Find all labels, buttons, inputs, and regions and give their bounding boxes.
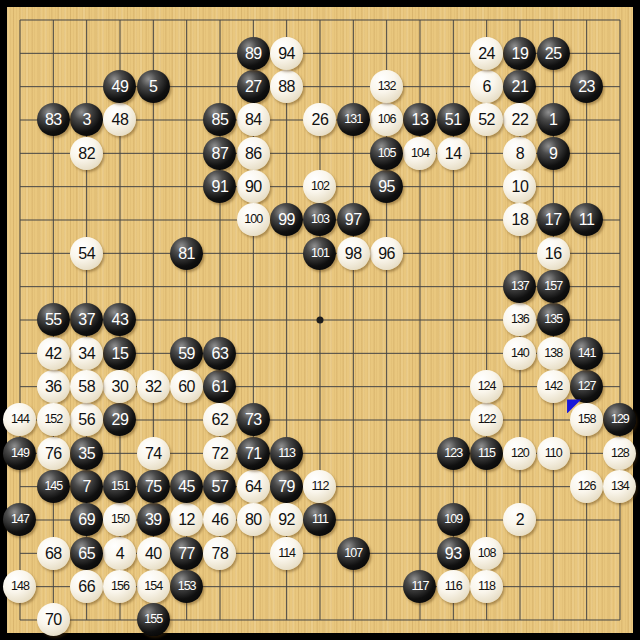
move-number: 76: [45, 437, 62, 470]
stone-7[interactable]: 7: [70, 470, 103, 503]
move-number: 112: [311, 470, 328, 503]
move-number: 51: [445, 103, 462, 136]
stone-75[interactable]: 75: [137, 470, 170, 503]
stone-141[interactable]: 141: [570, 337, 603, 370]
stone-66[interactable]: 66: [70, 570, 103, 603]
move-number: 114: [278, 537, 295, 570]
move-number: 27: [245, 70, 262, 103]
move-number: 135: [544, 303, 562, 336]
move-number: 98: [345, 237, 362, 270]
move-number: 77: [178, 537, 195, 570]
stone-5[interactable]: 5: [137, 70, 170, 103]
move-number: 1: [549, 103, 557, 136]
move-number: 97: [345, 203, 362, 236]
move-number: 128: [611, 437, 629, 470]
stone-127[interactable]: 127: [570, 370, 603, 403]
move-number: 83: [45, 103, 62, 136]
move-number: 22: [512, 103, 529, 136]
stone-86[interactable]: 86: [237, 137, 270, 170]
stone-54[interactable]: 54: [70, 237, 103, 270]
stone-69[interactable]: 69: [70, 503, 103, 536]
star-point: [316, 316, 323, 323]
stone-152[interactable]: 152: [37, 403, 70, 436]
move-number: 85: [212, 103, 229, 136]
move-number: 142: [544, 370, 562, 403]
move-number: 94: [278, 37, 295, 70]
move-number: 103: [311, 203, 329, 236]
move-number: 145: [44, 470, 62, 503]
move-number: 59: [178, 337, 195, 370]
stone-128[interactable]: 128: [603, 437, 636, 470]
move-number: 70: [45, 603, 62, 636]
move-number: 88: [278, 70, 295, 103]
move-number: 21: [512, 70, 529, 103]
stone-58[interactable]: 58: [70, 370, 103, 403]
move-number: 78: [212, 537, 229, 570]
move-number: 55: [45, 303, 62, 336]
move-number: 96: [378, 237, 395, 270]
stone-40[interactable]: 40: [137, 537, 170, 570]
move-number: 25: [545, 37, 562, 70]
stone-10[interactable]: 10: [503, 170, 536, 203]
stone-112[interactable]: 112: [303, 470, 336, 503]
move-number: 35: [78, 437, 95, 470]
stone-68[interactable]: 68: [37, 537, 70, 570]
stone-88[interactable]: 88: [270, 70, 303, 103]
move-number: 105: [378, 137, 396, 170]
stone-122[interactable]: 122: [470, 403, 503, 436]
stone-131[interactable]: 131: [337, 103, 370, 136]
move-number: 148: [11, 570, 29, 603]
stone-15[interactable]: 15: [103, 337, 136, 370]
move-number: 8: [516, 137, 524, 170]
stone-115[interactable]: 115: [470, 437, 503, 470]
stone-24[interactable]: 24: [470, 37, 503, 70]
stone-19[interactable]: 19: [503, 37, 536, 70]
stone-36[interactable]: 36: [37, 370, 70, 403]
move-number: 154: [144, 570, 162, 603]
move-number: 117: [411, 570, 428, 603]
move-number: 37: [78, 303, 95, 336]
move-number: 48: [112, 103, 129, 136]
move-number: 64: [245, 470, 262, 503]
move-number: 68: [45, 537, 62, 570]
move-number: 14: [445, 137, 462, 170]
move-number: 91: [212, 170, 229, 203]
move-number: 46: [212, 503, 229, 536]
move-number: 10: [512, 170, 529, 203]
stone-80[interactable]: 80: [237, 503, 270, 536]
move-number: 110: [545, 437, 562, 470]
move-number: 32: [145, 370, 162, 403]
move-number: 152: [44, 403, 62, 436]
go-board-diagram: 1234567891011121314151617181921222324252…: [0, 0, 640, 640]
stone-136[interactable]: 136: [503, 303, 536, 336]
move-number: 15: [112, 337, 129, 370]
move-number: 132: [378, 70, 396, 103]
stone-59[interactable]: 59: [170, 337, 203, 370]
stone-42[interactable]: 42: [37, 337, 70, 370]
stone-135[interactable]: 135: [537, 303, 570, 336]
stone-129[interactable]: 129: [603, 403, 636, 436]
move-number: 61: [212, 370, 229, 403]
stone-9[interactable]: 9: [537, 137, 570, 170]
stone-81[interactable]: 81: [170, 237, 203, 270]
stone-104[interactable]: 104: [403, 137, 436, 170]
stone-46[interactable]: 46: [203, 503, 236, 536]
stone-6[interactable]: 6: [470, 70, 503, 103]
stone-85[interactable]: 85: [203, 103, 236, 136]
stone-95[interactable]: 95: [370, 170, 403, 203]
move-number: 92: [278, 503, 295, 536]
stone-52[interactable]: 52: [470, 103, 503, 136]
stone-78[interactable]: 78: [203, 537, 236, 570]
stone-153[interactable]: 153: [170, 570, 203, 603]
stone-118[interactable]: 118: [470, 570, 503, 603]
move-number: 40: [145, 537, 162, 570]
move-number: 138: [544, 337, 562, 370]
stone-155[interactable]: 155: [137, 603, 170, 636]
stone-117[interactable]: 117: [403, 570, 436, 603]
stone-23[interactable]: 23: [570, 70, 603, 103]
move-number: 87: [212, 137, 229, 170]
stone-79[interactable]: 79: [270, 470, 303, 503]
move-number: 17: [545, 203, 562, 236]
move-number: 11: [579, 203, 595, 236]
move-number: 93: [445, 537, 462, 570]
move-number: 23: [578, 70, 595, 103]
stone-13[interactable]: 13: [403, 103, 436, 136]
stone-4[interactable]: 4: [103, 537, 136, 570]
stone-62[interactable]: 62: [203, 403, 236, 436]
move-number: 108: [478, 537, 496, 570]
move-number: 65: [78, 537, 95, 570]
move-number: 56: [78, 403, 95, 436]
move-number: 82: [78, 137, 95, 170]
move-number: 80: [245, 503, 262, 536]
stone-64[interactable]: 64: [237, 470, 270, 503]
stone-137[interactable]: 137: [503, 270, 536, 303]
move-number: 137: [511, 270, 529, 303]
stone-89[interactable]: 89: [237, 37, 270, 70]
move-number: 113: [278, 437, 295, 470]
stone-2[interactable]: 2: [503, 503, 536, 536]
stone-77[interactable]: 77: [170, 537, 203, 570]
stone-120[interactable]: 120: [503, 437, 536, 470]
stone-21[interactable]: 21: [503, 70, 536, 103]
stone-3[interactable]: 3: [70, 103, 103, 136]
move-number: 140: [511, 337, 529, 370]
move-number: 115: [478, 437, 495, 470]
stone-35[interactable]: 35: [70, 437, 103, 470]
move-number: 39: [145, 503, 162, 536]
move-number: 49: [112, 70, 129, 103]
stone-148[interactable]: 148: [3, 570, 36, 603]
move-number: 30: [112, 370, 129, 403]
stone-140[interactable]: 140: [503, 337, 536, 370]
move-number: 100: [244, 203, 262, 236]
stone-102[interactable]: 102: [303, 170, 336, 203]
stone-126[interactable]: 126: [570, 470, 603, 503]
move-number: 24: [478, 37, 495, 70]
stone-93[interactable]: 93: [437, 537, 470, 570]
move-number: 158: [578, 403, 596, 436]
move-number: 104: [411, 137, 429, 170]
move-number: 107: [344, 537, 362, 570]
move-number: 116: [445, 570, 462, 603]
stone-94[interactable]: 94: [270, 37, 303, 70]
stone-29[interactable]: 29: [103, 403, 136, 436]
stone-114[interactable]: 114: [270, 537, 303, 570]
stone-32[interactable]: 32: [137, 370, 170, 403]
stone-55[interactable]: 55: [37, 303, 70, 336]
stone-70[interactable]: 70: [37, 603, 70, 636]
stone-87[interactable]: 87: [203, 137, 236, 170]
move-number: 156: [111, 570, 129, 603]
stone-83[interactable]: 83: [37, 103, 70, 136]
move-number: 45: [178, 470, 195, 503]
move-number: 74: [145, 437, 162, 470]
stone-149[interactable]: 149: [3, 437, 36, 470]
stone-99[interactable]: 99: [270, 203, 303, 236]
stone-72[interactable]: 72: [203, 437, 236, 470]
move-number: 7: [82, 470, 90, 503]
move-number: 126: [578, 470, 596, 503]
move-number: 34: [78, 337, 95, 370]
move-number: 157: [544, 270, 562, 303]
move-number: 136: [511, 303, 529, 336]
stone-12[interactable]: 12: [170, 503, 203, 536]
stone-60[interactable]: 60: [170, 370, 203, 403]
stone-16[interactable]: 16: [537, 237, 570, 270]
move-number: 149: [11, 437, 29, 470]
stone-145[interactable]: 145: [37, 470, 70, 503]
stone-84[interactable]: 84: [237, 103, 270, 136]
stone-11[interactable]: 11: [570, 203, 603, 236]
stone-48[interactable]: 48: [103, 103, 136, 136]
move-number: 71: [245, 437, 262, 470]
move-number: 13: [412, 103, 429, 136]
stone-56[interactable]: 56: [70, 403, 103, 436]
move-number: 19: [512, 37, 529, 70]
stone-8[interactable]: 8: [503, 137, 536, 170]
move-number: 151: [111, 470, 129, 503]
move-number: 69: [78, 503, 95, 536]
stone-147[interactable]: 147: [3, 503, 36, 536]
move-number: 26: [312, 103, 329, 136]
move-number: 73: [245, 403, 262, 436]
stone-134[interactable]: 134: [603, 470, 636, 503]
move-number: 101: [311, 237, 329, 270]
stone-90[interactable]: 90: [237, 170, 270, 203]
move-number: 86: [245, 137, 262, 170]
stone-109[interactable]: 109: [437, 503, 470, 536]
stone-57[interactable]: 57: [203, 470, 236, 503]
move-number: 5: [149, 70, 157, 103]
stone-151[interactable]: 151: [103, 470, 136, 503]
stone-97[interactable]: 97: [337, 203, 370, 236]
stone-61[interactable]: 61: [203, 370, 236, 403]
move-number: 95: [378, 170, 395, 203]
stone-27[interactable]: 27: [237, 70, 270, 103]
stone-30[interactable]: 30: [103, 370, 136, 403]
stone-156[interactable]: 156: [103, 570, 136, 603]
move-number: 131: [344, 103, 362, 136]
move-number: 155: [144, 603, 162, 636]
move-number: 58: [78, 370, 95, 403]
stone-138[interactable]: 138: [537, 337, 570, 370]
move-number: 84: [245, 103, 262, 136]
stone-92[interactable]: 92: [270, 503, 303, 536]
move-number: 81: [178, 237, 195, 270]
move-number: 52: [478, 103, 495, 136]
move-number: 106: [378, 103, 396, 136]
move-number: 57: [212, 470, 229, 503]
move-number: 18: [512, 203, 529, 236]
move-number: 127: [578, 370, 596, 403]
stone-124[interactable]: 124: [470, 370, 503, 403]
stone-98[interactable]: 98: [337, 237, 370, 270]
stone-45[interactable]: 45: [170, 470, 203, 503]
stone-106[interactable]: 106: [370, 103, 403, 136]
move-number: 54: [78, 237, 95, 270]
stone-76[interactable]: 76: [37, 437, 70, 470]
move-number: 147: [11, 503, 29, 536]
stone-101[interactable]: 101: [303, 237, 336, 270]
move-number: 153: [178, 570, 196, 603]
move-number: 124: [478, 370, 496, 403]
move-number: 134: [611, 470, 629, 503]
stone-73[interactable]: 73: [237, 403, 270, 436]
move-number: 72: [212, 437, 229, 470]
stone-150[interactable]: 150: [103, 503, 136, 536]
stone-34[interactable]: 34: [70, 337, 103, 370]
stone-108[interactable]: 108: [470, 537, 503, 570]
stone-100[interactable]: 100: [237, 203, 270, 236]
stone-158[interactable]: 158: [570, 403, 603, 436]
move-number: 9: [549, 137, 557, 170]
move-number: 43: [112, 303, 129, 336]
stone-110[interactable]: 110: [537, 437, 570, 470]
move-number: 16: [545, 237, 562, 270]
stone-37[interactable]: 37: [70, 303, 103, 336]
move-number: 111: [312, 503, 328, 536]
move-number: 29: [112, 403, 129, 436]
move-number: 123: [444, 437, 462, 470]
stone-82[interactable]: 82: [70, 137, 103, 170]
stone-74[interactable]: 74: [137, 437, 170, 470]
stone-142[interactable]: 142: [537, 370, 570, 403]
move-number: 99: [278, 203, 295, 236]
stone-65[interactable]: 65: [70, 537, 103, 570]
stone-49[interactable]: 49: [103, 70, 136, 103]
stone-157[interactable]: 157: [537, 270, 570, 303]
stone-51[interactable]: 51: [437, 103, 470, 136]
stone-154[interactable]: 154: [137, 570, 170, 603]
stone-43[interactable]: 43: [103, 303, 136, 336]
move-number: 4: [116, 537, 124, 570]
move-number: 63: [212, 337, 229, 370]
move-number: 12: [178, 503, 195, 536]
stone-25[interactable]: 25: [537, 37, 570, 70]
move-number: 122: [478, 403, 496, 436]
move-number: 89: [245, 37, 262, 70]
move-number: 62: [212, 403, 229, 436]
move-number: 90: [245, 170, 262, 203]
stone-71[interactable]: 71: [237, 437, 270, 470]
stone-132[interactable]: 132: [370, 70, 403, 103]
move-number: 144: [11, 403, 29, 436]
stone-123[interactable]: 123: [437, 437, 470, 470]
stone-26[interactable]: 26: [303, 103, 336, 136]
stone-91[interactable]: 91: [203, 170, 236, 203]
move-number: 42: [45, 337, 62, 370]
move-number: 109: [444, 503, 462, 536]
stone-96[interactable]: 96: [370, 237, 403, 270]
stone-107[interactable]: 107: [337, 537, 370, 570]
stone-113[interactable]: 113: [270, 437, 303, 470]
stone-39[interactable]: 39: [137, 503, 170, 536]
move-number: 120: [511, 437, 529, 470]
move-number: 60: [178, 370, 195, 403]
move-number: 141: [578, 337, 596, 370]
stone-63[interactable]: 63: [203, 337, 236, 370]
stone-105[interactable]: 105: [370, 137, 403, 170]
move-number: 79: [278, 470, 295, 503]
move-number: 66: [78, 570, 95, 603]
move-number: 3: [82, 103, 90, 136]
move-number: 102: [311, 170, 329, 203]
move-number: 2: [516, 503, 524, 536]
move-number: 75: [145, 470, 162, 503]
stone-18[interactable]: 18: [503, 203, 536, 236]
stone-14[interactable]: 14: [437, 137, 470, 170]
move-number: 129: [611, 403, 629, 436]
stone-22[interactable]: 22: [503, 103, 536, 136]
stone-17[interactable]: 17: [537, 203, 570, 236]
move-number: 6: [482, 70, 490, 103]
move-number: 118: [478, 570, 495, 603]
stone-111[interactable]: 111: [303, 503, 336, 536]
stone-1[interactable]: 1: [537, 103, 570, 136]
stone-103[interactable]: 103: [303, 203, 336, 236]
move-number: 150: [111, 503, 129, 536]
stone-144[interactable]: 144: [3, 403, 36, 436]
move-number: 36: [45, 370, 62, 403]
stone-116[interactable]: 116: [437, 570, 470, 603]
